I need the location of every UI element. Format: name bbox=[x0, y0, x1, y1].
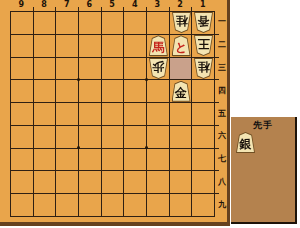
square-4-8[interactable] bbox=[124, 171, 146, 193]
square-8-3[interactable] bbox=[34, 58, 56, 80]
file-tick bbox=[169, 7, 170, 11]
square-3-1[interactable] bbox=[147, 12, 169, 34]
file-label-4: 4 bbox=[128, 0, 142, 10]
square-5-5[interactable] bbox=[102, 103, 124, 125]
piece-kanji: 王 bbox=[198, 38, 210, 50]
square-1-7[interactable] bbox=[192, 149, 214, 171]
piece-face: 桂 bbox=[195, 59, 212, 78]
square-5-9[interactable] bbox=[102, 194, 124, 216]
piece-face: と bbox=[173, 36, 190, 55]
square-3-7[interactable] bbox=[147, 149, 169, 171]
square-5-4[interactable] bbox=[102, 80, 124, 102]
square-7-8[interactable] bbox=[56, 171, 78, 193]
square-5-2[interactable] bbox=[102, 35, 124, 57]
star-point bbox=[77, 78, 80, 81]
square-4-2[interactable] bbox=[124, 35, 146, 57]
rank-label-6: 六 bbox=[215, 131, 229, 141]
file-tick bbox=[33, 7, 34, 11]
piece-kanji: と bbox=[175, 41, 187, 53]
square-9-8[interactable] bbox=[11, 171, 33, 193]
piece-kanji: 歩 bbox=[152, 61, 164, 73]
square-9-7[interactable] bbox=[11, 149, 33, 171]
file-tick bbox=[101, 7, 102, 11]
piece-kanji: 桂 bbox=[175, 15, 187, 27]
rank-tick bbox=[214, 125, 219, 126]
piece-sente-銀-inhand[interactable]: 銀 bbox=[236, 132, 255, 153]
piece-kanji: 金 bbox=[175, 87, 187, 99]
star-point bbox=[77, 146, 80, 149]
star-point bbox=[145, 146, 148, 149]
square-4-4[interactable] bbox=[124, 80, 146, 102]
rank-tick bbox=[214, 34, 219, 35]
square-2-5[interactable] bbox=[170, 103, 192, 125]
square-9-1[interactable] bbox=[11, 12, 33, 34]
file-label-8: 8 bbox=[37, 0, 51, 10]
square-6-7[interactable] bbox=[79, 149, 101, 171]
square-8-2[interactable] bbox=[34, 35, 56, 57]
square-1-9[interactable] bbox=[192, 194, 214, 216]
square-5-8[interactable] bbox=[102, 171, 124, 193]
square-3-5[interactable] bbox=[147, 103, 169, 125]
square-7-9[interactable] bbox=[56, 194, 78, 216]
square-2-7[interactable] bbox=[170, 149, 192, 171]
file-tick bbox=[55, 7, 56, 11]
square-5-1[interactable] bbox=[102, 12, 124, 34]
piece-face: 銀 bbox=[237, 133, 254, 152]
square-4-7[interactable] bbox=[124, 149, 146, 171]
square-1-6[interactable] bbox=[192, 126, 214, 148]
file-label-3: 3 bbox=[150, 0, 164, 10]
file-label-6: 6 bbox=[82, 0, 96, 10]
square-8-5[interactable] bbox=[34, 103, 56, 125]
square-8-9[interactable] bbox=[34, 194, 56, 216]
file-label-7: 7 bbox=[60, 0, 74, 10]
piece-face: 馬 bbox=[150, 36, 167, 55]
piece-face: 王 bbox=[195, 36, 212, 55]
square-4-1[interactable] bbox=[124, 12, 146, 34]
rank-label-5: 五 bbox=[215, 109, 229, 119]
rank-label-1: 一 bbox=[215, 17, 229, 27]
square-8-7[interactable] bbox=[34, 149, 56, 171]
square-6-5[interactable] bbox=[79, 103, 101, 125]
komadai-sente: 先手 銀 bbox=[231, 117, 297, 224]
file-tick bbox=[146, 7, 147, 11]
rank-label-7: 七 bbox=[215, 154, 229, 164]
square-9-9[interactable] bbox=[11, 194, 33, 216]
square-3-8[interactable] bbox=[147, 171, 169, 193]
square-8-4[interactable] bbox=[34, 80, 56, 102]
square-7-3[interactable] bbox=[56, 58, 78, 80]
rank-tick bbox=[214, 79, 219, 80]
file-label-9: 9 bbox=[14, 0, 28, 10]
rank-label-3: 三 bbox=[215, 63, 229, 73]
file-label-5: 5 bbox=[105, 0, 119, 10]
square-6-6[interactable] bbox=[79, 126, 101, 148]
komadai-label: 先手 bbox=[231, 119, 295, 132]
square-1-4[interactable] bbox=[192, 80, 214, 102]
file-label-1: 1 bbox=[196, 0, 210, 10]
square-6-2[interactable] bbox=[79, 35, 101, 57]
square-9-2[interactable] bbox=[11, 35, 33, 57]
rank-tick bbox=[214, 102, 219, 103]
piece-kanji: 銀 bbox=[240, 138, 252, 150]
rank-tick bbox=[214, 148, 219, 149]
rank-tick bbox=[214, 170, 219, 171]
square-9-6[interactable] bbox=[11, 126, 33, 148]
square-3-6[interactable] bbox=[147, 126, 169, 148]
shogi-board: 987654321一二三四五六七八九桂香馬と王歩桂金 bbox=[0, 0, 230, 226]
piece-kanji: 桂 bbox=[198, 61, 210, 73]
square-7-1[interactable] bbox=[56, 12, 78, 34]
square-8-1[interactable] bbox=[34, 12, 56, 34]
square-6-1[interactable] bbox=[79, 12, 101, 34]
square-3-4[interactable] bbox=[147, 80, 169, 102]
rank-tick bbox=[214, 193, 219, 194]
piece-face: 香 bbox=[195, 13, 212, 32]
square-2-8[interactable] bbox=[170, 171, 192, 193]
file-label-2: 2 bbox=[173, 0, 187, 10]
square-9-4[interactable] bbox=[11, 80, 33, 102]
square-5-3[interactable] bbox=[102, 58, 124, 80]
square-2-9[interactable] bbox=[170, 194, 192, 216]
file-tick bbox=[123, 7, 124, 11]
file-tick bbox=[78, 7, 79, 11]
square-9-3[interactable] bbox=[11, 58, 33, 80]
rank-label-8: 八 bbox=[215, 177, 229, 187]
square-4-5[interactable] bbox=[124, 103, 146, 125]
square-6-4[interactable] bbox=[79, 80, 101, 102]
shogi-diagram: 987654321一二三四五六七八九桂香馬と王歩桂金 先手 銀 bbox=[0, 0, 300, 228]
piece-face: 歩 bbox=[150, 59, 167, 78]
square-2-6[interactable] bbox=[170, 126, 192, 148]
square-4-6[interactable] bbox=[124, 126, 146, 148]
rank-label-2: 二 bbox=[215, 40, 229, 50]
square-6-8[interactable] bbox=[79, 171, 101, 193]
square-8-6[interactable] bbox=[34, 126, 56, 148]
square-1-8[interactable] bbox=[192, 171, 214, 193]
square-3-9[interactable] bbox=[147, 194, 169, 216]
square-7-6[interactable] bbox=[56, 126, 78, 148]
square-7-2[interactable] bbox=[56, 35, 78, 57]
square-8-8[interactable] bbox=[34, 171, 56, 193]
square-6-9[interactable] bbox=[79, 194, 101, 216]
square-2-3-highlighted[interactable] bbox=[170, 58, 192, 80]
square-7-4[interactable] bbox=[56, 80, 78, 102]
square-5-6[interactable] bbox=[102, 126, 124, 148]
piece-face: 金 bbox=[173, 82, 190, 101]
piece-kanji: 香 bbox=[198, 15, 210, 27]
rank-tick bbox=[214, 57, 219, 58]
piece-face: 桂 bbox=[173, 13, 190, 32]
square-4-3[interactable] bbox=[124, 58, 146, 80]
square-5-7[interactable] bbox=[102, 149, 124, 171]
square-6-3[interactable] bbox=[79, 58, 101, 80]
square-7-5[interactable] bbox=[56, 103, 78, 125]
star-point bbox=[145, 78, 148, 81]
square-9-5[interactable] bbox=[11, 103, 33, 125]
file-tick bbox=[191, 7, 192, 11]
square-1-5[interactable] bbox=[192, 103, 214, 125]
rank-label-4: 四 bbox=[215, 86, 229, 96]
piece-kanji: 馬 bbox=[152, 41, 164, 53]
square-4-9[interactable] bbox=[124, 194, 146, 216]
rank-label-9: 九 bbox=[215, 200, 229, 210]
square-7-7[interactable] bbox=[56, 149, 78, 171]
